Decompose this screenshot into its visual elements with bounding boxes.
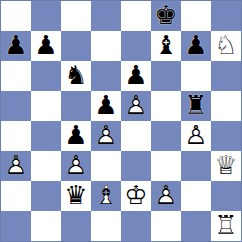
piece-black-pawn[interactable]: ♟ <box>91 91 121 121</box>
white-pawn-outline-glyph: ♙ <box>61 151 91 181</box>
piece-white-king[interactable]: ♚♔ <box>121 181 151 211</box>
square-c6[interactable]: ♞ <box>61 61 91 91</box>
piece-white-pawn[interactable]: ♟♙ <box>151 181 181 211</box>
square-b6[interactable] <box>31 61 61 91</box>
black-knight-glyph: ♞ <box>61 61 91 91</box>
square-e5[interactable]: ♟♙ <box>121 91 151 121</box>
square-a2[interactable] <box>1 181 31 211</box>
white-pawn-outline-glyph: ♙ <box>1 151 31 181</box>
piece-black-pawn[interactable]: ♟ <box>1 31 31 61</box>
square-a8[interactable] <box>1 1 31 31</box>
square-a1[interactable] <box>1 211 31 241</box>
square-d7[interactable] <box>91 31 121 61</box>
square-f7[interactable]: ♝ <box>151 31 181 61</box>
white-queen-outline-glyph: ♕ <box>211 151 241 181</box>
white-pawn-outline-glyph: ♙ <box>121 91 151 121</box>
square-d8[interactable] <box>91 1 121 31</box>
piece-black-queen[interactable]: ♛ <box>61 181 91 211</box>
piece-white-pawn[interactable]: ♟♙ <box>181 121 211 151</box>
square-b5[interactable] <box>31 91 61 121</box>
square-f8[interactable]: ♚ <box>151 1 181 31</box>
square-c7[interactable] <box>61 31 91 61</box>
piece-white-pawn[interactable]: ♟♙ <box>1 151 31 181</box>
square-h2[interactable] <box>211 181 241 211</box>
square-a6[interactable] <box>1 61 31 91</box>
square-a4[interactable] <box>1 121 31 151</box>
square-d1[interactable] <box>91 211 121 241</box>
square-h5[interactable] <box>211 91 241 121</box>
piece-black-pawn[interactable]: ♟ <box>31 31 61 61</box>
square-d6[interactable] <box>91 61 121 91</box>
square-g7[interactable]: ♟ <box>181 31 211 61</box>
square-e8[interactable] <box>121 1 151 31</box>
square-b1[interactable] <box>31 211 61 241</box>
square-d4[interactable]: ♟♙ <box>91 121 121 151</box>
square-e6[interactable]: ♟ <box>121 61 151 91</box>
square-f2[interactable]: ♟♙ <box>151 181 181 211</box>
white-bishop-outline-glyph: ♗ <box>91 181 121 211</box>
square-d2[interactable]: ♝♗ <box>91 181 121 211</box>
square-c4[interactable]: ♟ <box>61 121 91 151</box>
piece-black-king[interactable]: ♚ <box>151 1 181 31</box>
piece-white-rook[interactable]: ♜♖ <box>211 211 241 241</box>
square-b3[interactable] <box>31 151 61 181</box>
piece-black-knight[interactable]: ♞ <box>61 61 91 91</box>
square-e2[interactable]: ♚♔ <box>121 181 151 211</box>
square-e1[interactable] <box>121 211 151 241</box>
chess-board: ♚♟♟♝♟♞♘♞♟♟♟♙♜♟♟♙♟♙♟♙♟♙♛♕♛♝♗♚♔♟♙♜♖ <box>1 1 241 241</box>
square-h1[interactable]: ♜♖ <box>211 211 241 241</box>
piece-white-bishop[interactable]: ♝♗ <box>91 181 121 211</box>
white-knight-outline-glyph: ♘ <box>211 31 241 61</box>
square-c1[interactable] <box>61 211 91 241</box>
square-g5[interactable]: ♜ <box>181 91 211 121</box>
square-f1[interactable] <box>151 211 181 241</box>
square-g3[interactable] <box>181 151 211 181</box>
black-pawn-glyph: ♟ <box>91 91 121 121</box>
square-g1[interactable] <box>181 211 211 241</box>
square-d5[interactable]: ♟ <box>91 91 121 121</box>
black-bishop-glyph: ♝ <box>151 31 181 61</box>
square-b8[interactable] <box>31 1 61 31</box>
square-g2[interactable] <box>181 181 211 211</box>
square-e3[interactable] <box>121 151 151 181</box>
square-e7[interactable] <box>121 31 151 61</box>
square-d3[interactable] <box>91 151 121 181</box>
square-b4[interactable] <box>31 121 61 151</box>
square-h4[interactable] <box>211 121 241 151</box>
piece-white-pawn[interactable]: ♟♙ <box>61 151 91 181</box>
piece-white-queen[interactable]: ♛♕ <box>211 151 241 181</box>
white-pawn-outline-glyph: ♙ <box>181 121 211 151</box>
black-pawn-glyph: ♟ <box>61 121 91 151</box>
square-g6[interactable] <box>181 61 211 91</box>
square-a3[interactable]: ♟♙ <box>1 151 31 181</box>
black-pawn-glyph: ♟ <box>121 61 151 91</box>
piece-black-pawn[interactable]: ♟ <box>181 31 211 61</box>
black-pawn-glyph: ♟ <box>31 31 61 61</box>
square-b2[interactable] <box>31 181 61 211</box>
black-rook-glyph: ♜ <box>181 91 211 121</box>
square-a7[interactable]: ♟ <box>1 31 31 61</box>
square-h7[interactable]: ♞♘ <box>211 31 241 61</box>
square-c3[interactable]: ♟♙ <box>61 151 91 181</box>
piece-white-knight[interactable]: ♞♘ <box>211 31 241 61</box>
square-a5[interactable] <box>1 91 31 121</box>
square-h6[interactable] <box>211 61 241 91</box>
piece-black-bishop[interactable]: ♝ <box>151 31 181 61</box>
white-rook-outline-glyph: ♖ <box>211 211 241 241</box>
square-f3[interactable] <box>151 151 181 181</box>
piece-black-pawn[interactable]: ♟ <box>61 121 91 151</box>
black-pawn-glyph: ♟ <box>1 31 31 61</box>
chess-board-frame: ♚♟♟♝♟♞♘♞♟♟♟♙♜♟♟♙♟♙♟♙♟♙♛♕♛♝♗♚♔♟♙♜♖ <box>0 0 242 242</box>
white-king-outline-glyph: ♔ <box>121 181 151 211</box>
square-f5[interactable] <box>151 91 181 121</box>
white-pawn-outline-glyph: ♙ <box>151 181 181 211</box>
square-e4[interactable] <box>121 121 151 151</box>
black-king-glyph: ♚ <box>151 1 181 31</box>
square-f4[interactable] <box>151 121 181 151</box>
black-pawn-glyph: ♟ <box>181 31 211 61</box>
square-h8[interactable] <box>211 1 241 31</box>
square-g8[interactable] <box>181 1 211 31</box>
white-pawn-outline-glyph: ♙ <box>91 121 121 151</box>
piece-black-rook[interactable]: ♜ <box>181 91 211 121</box>
square-f6[interactable] <box>151 61 181 91</box>
square-g4[interactable]: ♟♙ <box>181 121 211 151</box>
piece-white-pawn[interactable]: ♟♙ <box>91 121 121 151</box>
square-c5[interactable] <box>61 91 91 121</box>
square-b7[interactable]: ♟ <box>31 31 61 61</box>
square-c8[interactable] <box>61 1 91 31</box>
black-queen-glyph: ♛ <box>61 181 91 211</box>
piece-black-pawn[interactable]: ♟ <box>121 61 151 91</box>
piece-white-pawn[interactable]: ♟♙ <box>121 91 151 121</box>
square-c2[interactable]: ♛ <box>61 181 91 211</box>
square-h3[interactable]: ♛♕ <box>211 151 241 181</box>
